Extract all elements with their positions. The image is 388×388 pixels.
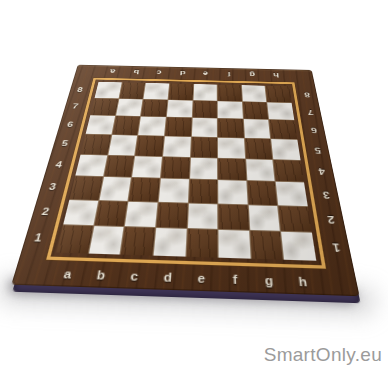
square-c6 bbox=[138, 117, 165, 136]
chess-board: abcdefgh abcdefgh 87654321 87654321 bbox=[11, 65, 359, 296]
square-f7 bbox=[218, 101, 243, 119]
square-d6 bbox=[165, 117, 191, 136]
square-h2 bbox=[279, 206, 312, 232]
rank-label: 7 bbox=[65, 97, 84, 115]
square-h8 bbox=[266, 86, 292, 102]
rank-label: 3 bbox=[41, 175, 64, 199]
square-f3 bbox=[218, 180, 247, 204]
square-h4 bbox=[274, 160, 304, 182]
square-c3 bbox=[129, 178, 160, 202]
file-label: h bbox=[285, 272, 321, 292]
file-label: e bbox=[194, 69, 218, 78]
watermark: SmartOnly.eu bbox=[264, 344, 382, 366]
square-f6 bbox=[218, 119, 244, 138]
square-a2 bbox=[63, 200, 98, 226]
file-label: c bbox=[147, 68, 171, 77]
rank-label: 5 bbox=[54, 133, 75, 153]
file-label: f bbox=[218, 270, 252, 289]
square-b8 bbox=[119, 82, 145, 98]
squares-grid bbox=[56, 82, 316, 261]
square-f4 bbox=[218, 158, 246, 180]
square-d2 bbox=[156, 202, 187, 228]
square-d5 bbox=[163, 136, 190, 156]
file-label: g bbox=[251, 271, 286, 291]
rank-label: 2 bbox=[33, 198, 58, 224]
rank-label: 8 bbox=[299, 87, 316, 104]
square-d8 bbox=[168, 84, 193, 100]
square-e6 bbox=[191, 118, 217, 137]
square-h6 bbox=[269, 120, 297, 139]
square-g6 bbox=[244, 119, 271, 138]
square-a5 bbox=[81, 134, 111, 154]
file-label: a bbox=[49, 264, 86, 283]
square-g7 bbox=[243, 102, 269, 120]
square-c2 bbox=[125, 202, 157, 228]
rank-label: 6 bbox=[305, 121, 324, 140]
file-label: c bbox=[116, 266, 152, 285]
square-g2 bbox=[249, 205, 281, 231]
square-f8 bbox=[218, 85, 242, 101]
square-h3 bbox=[276, 182, 308, 206]
square-e4 bbox=[190, 157, 218, 179]
square-b5 bbox=[108, 135, 137, 155]
rank-label: 8 bbox=[71, 81, 90, 97]
file-label: e bbox=[184, 269, 218, 288]
square-d7 bbox=[167, 100, 192, 118]
rank-label: 6 bbox=[60, 115, 80, 134]
square-c5 bbox=[135, 136, 163, 156]
file-label: h bbox=[263, 71, 288, 80]
square-g5 bbox=[245, 138, 273, 158]
product-photo: abcdefgh abcdefgh 87654321 87654321 Smar… bbox=[0, 0, 388, 388]
square-d3 bbox=[159, 179, 189, 203]
square-e2 bbox=[187, 203, 217, 229]
rank-label: 4 bbox=[48, 153, 70, 175]
square-c4 bbox=[132, 156, 162, 178]
square-a6 bbox=[86, 116, 115, 135]
square-h5 bbox=[271, 139, 300, 159]
square-c7 bbox=[141, 99, 167, 116]
square-e5 bbox=[191, 137, 218, 157]
square-f1 bbox=[219, 230, 251, 258]
square-f2 bbox=[218, 204, 248, 230]
square-b2 bbox=[94, 201, 128, 227]
file-label: d bbox=[170, 69, 194, 78]
rank-label: 1 bbox=[25, 224, 51, 252]
file-label: g bbox=[240, 70, 264, 79]
square-e8 bbox=[193, 84, 217, 100]
file-label: f bbox=[217, 70, 241, 79]
file-label: d bbox=[150, 268, 185, 287]
square-e3 bbox=[188, 179, 217, 203]
square-g8 bbox=[242, 85, 267, 101]
square-g4 bbox=[246, 159, 275, 181]
square-b7 bbox=[116, 99, 143, 116]
rank-label: 7 bbox=[302, 103, 320, 121]
square-e7 bbox=[192, 100, 217, 118]
square-h7 bbox=[268, 102, 295, 120]
square-a1 bbox=[56, 226, 92, 254]
rank-label: 2 bbox=[320, 206, 343, 233]
square-a8 bbox=[95, 82, 122, 98]
rank-label: 3 bbox=[316, 182, 338, 207]
file-label: a bbox=[100, 67, 125, 76]
rank-label: 4 bbox=[312, 160, 333, 183]
square-g1 bbox=[250, 231, 283, 259]
square-a3 bbox=[70, 176, 103, 200]
rank-label: 5 bbox=[308, 140, 328, 161]
square-d4 bbox=[161, 157, 190, 179]
square-b6 bbox=[112, 116, 140, 135]
square-f5 bbox=[218, 138, 245, 158]
square-g3 bbox=[247, 181, 277, 205]
square-a4 bbox=[75, 154, 107, 176]
square-h1 bbox=[282, 232, 317, 261]
square-b4 bbox=[104, 155, 135, 177]
square-b1 bbox=[89, 226, 124, 254]
square-c1 bbox=[121, 227, 155, 255]
square-b3 bbox=[99, 177, 131, 201]
square-e1 bbox=[186, 229, 218, 257]
square-d1 bbox=[153, 228, 186, 256]
file-label: b bbox=[123, 68, 148, 77]
file-label: b bbox=[83, 265, 119, 284]
rank-label: 1 bbox=[324, 233, 348, 262]
square-a7 bbox=[90, 98, 118, 115]
square-c8 bbox=[144, 83, 169, 99]
